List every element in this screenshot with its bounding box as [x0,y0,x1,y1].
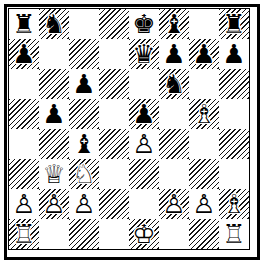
piece-glyph: ♞ [39,9,69,39]
square-f3[interactable] [159,159,189,189]
square-g6[interactable] [189,69,219,99]
piece-outline-layer: ♙ [69,189,99,219]
square-c7[interactable] [69,39,99,69]
piece-black-pawn: ♟ [69,69,99,99]
square-b4[interactable] [39,129,69,159]
piece-outline-layer: ♔ [129,219,159,249]
piece-black-knight: ♞ [39,9,69,39]
square-b3[interactable]: ♛♕ [39,159,69,189]
piece-glyph: ♜ [9,9,39,39]
square-f6[interactable]: ♞ [159,69,189,99]
square-d6[interactable] [99,69,129,99]
square-c1[interactable] [69,219,99,249]
square-d3[interactable] [99,159,129,189]
square-b7[interactable] [39,39,69,69]
diagram-frame: ♜♞♚♝♜♟♛♟♟♟♟♞♟♟♝♗♝♟♙♛♕♞♘♟♙♟♙♟♙♟♙♟♙♝♗♜♖♚♔♜… [4,4,260,260]
piece-white-rook: ♜♖ [219,219,249,249]
piece-white-pawn: ♟♙ [129,129,159,159]
square-d8[interactable] [99,9,129,39]
piece-black-king: ♚ [129,9,159,39]
piece-outline-layer: ♙ [159,189,189,219]
piece-glyph: ♚ [129,9,159,39]
square-e7[interactable]: ♛ [129,39,159,69]
piece-glyph: ♛ [129,39,159,69]
piece-outline-layer: ♘ [69,159,99,189]
square-a6[interactable] [9,69,39,99]
piece-white-bishop: ♝♗ [189,99,219,129]
square-f8[interactable]: ♝ [159,9,189,39]
piece-glyph: ♜ [219,9,249,39]
square-g3[interactable] [189,159,219,189]
piece-outline-layer: ♗ [219,189,249,219]
square-b1[interactable] [39,219,69,249]
piece-glyph: ♝ [69,129,99,159]
square-a4[interactable] [9,129,39,159]
piece-black-pawn: ♟ [39,99,69,129]
square-c5[interactable] [69,99,99,129]
piece-glyph: ♟ [129,99,159,129]
square-e4[interactable]: ♟♙ [129,129,159,159]
piece-glyph: ♟ [9,39,39,69]
piece-outline-layer: ♙ [39,189,69,219]
piece-glyph: ♝ [159,9,189,39]
square-d1[interactable] [99,219,129,249]
piece-outline-layer: ♙ [189,189,219,219]
square-e6[interactable] [129,69,159,99]
square-g1[interactable] [189,219,219,249]
piece-white-king: ♚♔ [129,219,159,249]
piece-black-rook: ♜ [9,9,39,39]
square-g5[interactable]: ♝♗ [189,99,219,129]
piece-black-pawn: ♟ [9,39,39,69]
square-d7[interactable] [99,39,129,69]
piece-outline-layer: ♙ [129,129,159,159]
piece-glyph: ♟ [219,39,249,69]
square-b8[interactable]: ♞ [39,9,69,39]
piece-outline-layer: ♖ [9,219,39,249]
square-e8[interactable]: ♚ [129,9,159,39]
piece-black-pawn: ♟ [159,39,189,69]
square-d4[interactable] [99,129,129,159]
piece-outline-layer: ♖ [219,219,249,249]
square-d2[interactable] [99,189,129,219]
piece-glyph: ♟ [159,39,189,69]
square-a5[interactable] [9,99,39,129]
square-g2[interactable]: ♟♙ [189,189,219,219]
piece-black-rook: ♜ [219,9,249,39]
square-g7[interactable]: ♟ [189,39,219,69]
square-c4[interactable]: ♝ [69,129,99,159]
piece-white-pawn: ♟♙ [189,189,219,219]
square-a8[interactable]: ♜ [9,9,39,39]
square-e5[interactable]: ♟ [129,99,159,129]
square-f5[interactable] [159,99,189,129]
piece-glyph: ♟ [39,99,69,129]
square-e3[interactable] [129,159,159,189]
square-e2[interactable] [129,189,159,219]
piece-black-pawn: ♟ [189,39,219,69]
square-c3[interactable]: ♞♘ [69,159,99,189]
square-h3[interactable] [219,159,249,189]
piece-white-queen: ♛♕ [39,159,69,189]
piece-outline-layer: ♗ [189,99,219,129]
piece-glyph: ♞ [159,69,189,99]
piece-black-queen: ♛ [129,39,159,69]
square-a3[interactable] [9,159,39,189]
piece-white-pawn: ♟♙ [39,189,69,219]
square-f1[interactable] [159,219,189,249]
square-b6[interactable] [39,69,69,99]
square-c2[interactable]: ♟♙ [69,189,99,219]
square-b5[interactable]: ♟ [39,99,69,129]
square-g4[interactable] [189,129,219,159]
square-h5[interactable] [219,99,249,129]
square-a1[interactable]: ♜♖ [9,219,39,249]
square-d5[interactable] [99,99,129,129]
piece-white-knight: ♞♘ [69,159,99,189]
square-f2[interactable]: ♟♙ [159,189,189,219]
square-h1[interactable]: ♜♖ [219,219,249,249]
piece-glyph: ♟ [189,39,219,69]
square-h6[interactable] [219,69,249,99]
piece-black-knight: ♞ [159,69,189,99]
chess-board: ♜♞♚♝♜♟♛♟♟♟♟♞♟♟♝♗♝♟♙♛♕♞♘♟♙♟♙♟♙♟♙♟♙♝♗♜♖♚♔♜… [9,9,249,249]
piece-black-bishop: ♝ [159,9,189,39]
piece-glyph: ♟ [69,69,99,99]
diagram-inner-frame: ♜♞♚♝♜♟♛♟♟♟♟♞♟♟♝♗♝♟♙♛♕♞♘♟♙♟♙♟♙♟♙♟♙♝♗♜♖♚♔♜… [8,8,250,250]
square-a7[interactable]: ♟ [9,39,39,69]
piece-black-bishop: ♝ [69,129,99,159]
square-g8[interactable] [189,9,219,39]
square-h7[interactable]: ♟ [219,39,249,69]
piece-outline-layer: ♕ [39,159,69,189]
square-h2[interactable]: ♝♗ [219,189,249,219]
piece-white-pawn: ♟♙ [159,189,189,219]
square-c6[interactable]: ♟ [69,69,99,99]
piece-white-bishop: ♝♗ [219,189,249,219]
square-b2[interactable]: ♟♙ [39,189,69,219]
piece-white-pawn: ♟♙ [9,189,39,219]
square-h8[interactable]: ♜ [219,9,249,39]
square-f4[interactable] [159,129,189,159]
square-c8[interactable] [69,9,99,39]
square-h4[interactable] [219,129,249,159]
piece-black-pawn: ♟ [129,99,159,129]
square-a2[interactable]: ♟♙ [9,189,39,219]
square-e1[interactable]: ♚♔ [129,219,159,249]
square-f7[interactable]: ♟ [159,39,189,69]
piece-black-pawn: ♟ [219,39,249,69]
piece-white-rook: ♜♖ [9,219,39,249]
piece-outline-layer: ♙ [9,189,39,219]
piece-white-pawn: ♟♙ [69,189,99,219]
